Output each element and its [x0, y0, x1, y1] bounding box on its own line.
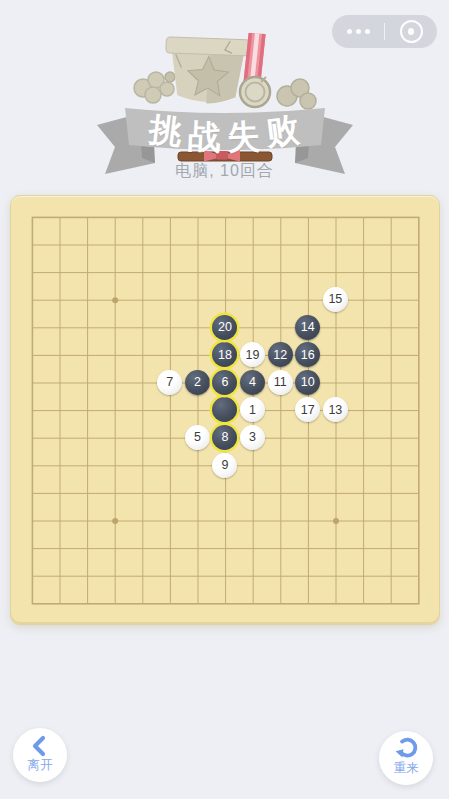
capsule-more-button[interactable] — [332, 15, 384, 48]
stone-black-2: 2 — [185, 370, 210, 395]
restart-redo-icon — [394, 737, 418, 761]
more-options-icon — [347, 29, 370, 34]
stone-black-4: 4 — [240, 370, 265, 395]
stone-white-13: 13 — [323, 397, 348, 422]
stone-white-11: 11 — [268, 370, 293, 395]
stone-black-20: 20 — [212, 315, 237, 340]
stone-white-9: 9 — [212, 453, 237, 478]
wechat-capsule — [332, 15, 437, 48]
leave-button-label: 离开 — [28, 757, 53, 774]
stone-white-19: 19 — [240, 342, 265, 367]
gomoku-board[interactable]: 1234567891011121314151617181920 — [10, 195, 440, 625]
stone-black-10: 10 — [295, 370, 320, 395]
capsule-exit-button[interactable] — [385, 15, 437, 48]
stone-black-12: 12 — [268, 342, 293, 367]
restart-button-label: 重来 — [394, 760, 419, 777]
stone-white-1: 1 — [240, 397, 265, 422]
stone-white-15: 15 — [323, 287, 348, 312]
leave-button[interactable]: 离开 — [13, 728, 67, 782]
mini-program-screen: 挑战失败 电脑, 10回合 12345678910111213141516171… — [0, 0, 449, 799]
stone-white-17: 17 — [295, 397, 320, 422]
stone-black-6: 6 — [212, 370, 237, 395]
stone-black-center — [212, 397, 237, 422]
stone-white-5: 5 — [185, 425, 210, 450]
stone-black-16: 16 — [295, 342, 320, 367]
stone-white-3: 3 — [240, 425, 265, 450]
stone-black-18: 18 — [212, 342, 237, 367]
result-subtitle: 电脑, 10回合 — [0, 161, 449, 182]
stones-layer: 1234567891011121314151617181920 — [18, 203, 432, 617]
exit-target-icon — [400, 20, 423, 43]
stone-black-14: 14 — [295, 315, 320, 340]
stone-black-8: 8 — [212, 425, 237, 450]
back-chevron-icon — [28, 734, 52, 758]
restart-button[interactable]: 重来 — [379, 731, 433, 785]
stone-white-7: 7 — [157, 370, 182, 395]
